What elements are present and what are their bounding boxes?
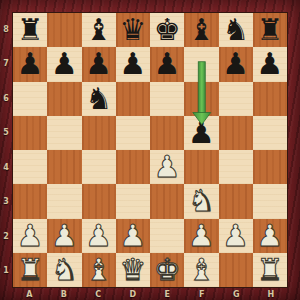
square-f7[interactable] bbox=[184, 47, 218, 81]
black-rook: ♜ bbox=[17, 15, 44, 45]
square-a6[interactable] bbox=[13, 82, 47, 116]
white-bishop: ♝ bbox=[85, 255, 112, 285]
square-e7[interactable]: ♟ bbox=[150, 47, 184, 81]
square-f3[interactable]: ♞ bbox=[184, 184, 218, 218]
white-pawn: ♟ bbox=[85, 221, 112, 251]
black-bishop: ♝ bbox=[188, 15, 215, 45]
white-pawn: ♟ bbox=[17, 221, 44, 251]
square-a8[interactable]: ♜ bbox=[13, 13, 47, 47]
square-c8[interactable]: ♝ bbox=[82, 13, 116, 47]
square-d6[interactable] bbox=[116, 82, 150, 116]
rank-label-6: 6 bbox=[0, 81, 12, 116]
square-a5[interactable] bbox=[13, 116, 47, 150]
square-d5[interactable] bbox=[116, 116, 150, 150]
square-e1[interactable]: ♚ bbox=[150, 253, 184, 287]
black-king: ♚ bbox=[154, 15, 181, 45]
square-h2[interactable]: ♟ bbox=[253, 219, 287, 253]
rank-label-2: 2 bbox=[0, 219, 12, 254]
black-pawn: ♟ bbox=[222, 49, 249, 79]
rank-label-4: 4 bbox=[0, 150, 12, 185]
square-e8[interactable]: ♚ bbox=[150, 13, 184, 47]
black-queen: ♛ bbox=[119, 15, 146, 45]
square-e2[interactable] bbox=[150, 219, 184, 253]
square-b8[interactable] bbox=[47, 13, 81, 47]
square-g5[interactable] bbox=[219, 116, 253, 150]
square-a4[interactable] bbox=[13, 150, 47, 184]
black-knight: ♞ bbox=[85, 84, 112, 114]
file-label-B: B bbox=[47, 288, 82, 300]
square-b1[interactable]: ♞ bbox=[47, 253, 81, 287]
square-a2[interactable]: ♟ bbox=[13, 219, 47, 253]
square-g2[interactable]: ♟ bbox=[219, 219, 253, 253]
file-label-C: C bbox=[81, 288, 116, 300]
square-g8[interactable]: ♞ bbox=[219, 13, 253, 47]
square-g7[interactable]: ♟ bbox=[219, 47, 253, 81]
square-h8[interactable]: ♜ bbox=[253, 13, 287, 47]
black-pawn: ♟ bbox=[17, 49, 44, 79]
square-f2[interactable]: ♟ bbox=[184, 219, 218, 253]
white-rook: ♜ bbox=[17, 255, 44, 285]
square-b2[interactable]: ♟ bbox=[47, 219, 81, 253]
white-pawn: ♟ bbox=[256, 221, 283, 251]
square-f1[interactable]: ♝ bbox=[184, 253, 218, 287]
white-knight: ♞ bbox=[188, 186, 215, 216]
square-c5[interactable] bbox=[82, 116, 116, 150]
file-label-E: E bbox=[150, 288, 185, 300]
square-d1[interactable]: ♛ bbox=[116, 253, 150, 287]
black-pawn: ♟ bbox=[85, 49, 112, 79]
square-c4[interactable] bbox=[82, 150, 116, 184]
chess-diagram: ♜♝♛♚♝♞♜♟♟♟♟♟♟♟♞♟♟♞♟♟♟♟♟♟♟♜♞♝♛♚♝♜ 8765432… bbox=[0, 0, 300, 300]
square-e3[interactable] bbox=[150, 184, 184, 218]
square-b6[interactable] bbox=[47, 82, 81, 116]
square-b3[interactable] bbox=[47, 184, 81, 218]
square-e5[interactable] bbox=[150, 116, 184, 150]
square-e4[interactable]: ♟ bbox=[150, 150, 184, 184]
black-pawn: ♟ bbox=[154, 49, 181, 79]
square-h3[interactable] bbox=[253, 184, 287, 218]
rank-label-8: 8 bbox=[0, 12, 12, 47]
square-h1[interactable]: ♜ bbox=[253, 253, 287, 287]
file-label-A: A bbox=[12, 288, 47, 300]
white-pawn: ♟ bbox=[154, 152, 181, 182]
square-d4[interactable] bbox=[116, 150, 150, 184]
square-g6[interactable] bbox=[219, 82, 253, 116]
black-rook: ♜ bbox=[256, 15, 283, 45]
square-g3[interactable] bbox=[219, 184, 253, 218]
square-a3[interactable] bbox=[13, 184, 47, 218]
square-f5[interactable]: ♟ bbox=[184, 116, 218, 150]
square-f8[interactable]: ♝ bbox=[184, 13, 218, 47]
rank-label-5: 5 bbox=[0, 116, 12, 151]
square-h6[interactable] bbox=[253, 82, 287, 116]
square-a7[interactable]: ♟ bbox=[13, 47, 47, 81]
square-c7[interactable]: ♟ bbox=[82, 47, 116, 81]
square-d3[interactable] bbox=[116, 184, 150, 218]
square-c2[interactable]: ♟ bbox=[82, 219, 116, 253]
square-h7[interactable]: ♟ bbox=[253, 47, 287, 81]
white-knight: ♞ bbox=[51, 255, 78, 285]
square-c1[interactable]: ♝ bbox=[82, 253, 116, 287]
white-pawn: ♟ bbox=[188, 221, 215, 251]
file-label-D: D bbox=[116, 288, 151, 300]
square-h5[interactable] bbox=[253, 116, 287, 150]
white-pawn: ♟ bbox=[51, 221, 78, 251]
square-f6[interactable] bbox=[184, 82, 218, 116]
square-e6[interactable] bbox=[150, 82, 184, 116]
square-b5[interactable] bbox=[47, 116, 81, 150]
square-b7[interactable]: ♟ bbox=[47, 47, 81, 81]
white-rook: ♜ bbox=[256, 255, 283, 285]
white-queen: ♛ bbox=[119, 255, 146, 285]
white-king: ♚ bbox=[154, 255, 181, 285]
square-h4[interactable] bbox=[253, 150, 287, 184]
black-pawn: ♟ bbox=[256, 49, 283, 79]
square-c3[interactable] bbox=[82, 184, 116, 218]
rank-label-7: 7 bbox=[0, 47, 12, 82]
square-g4[interactable] bbox=[219, 150, 253, 184]
black-pawn: ♟ bbox=[119, 49, 146, 79]
white-pawn: ♟ bbox=[119, 221, 146, 251]
file-label-G: G bbox=[219, 288, 254, 300]
file-label-H: H bbox=[254, 288, 289, 300]
black-pawn: ♟ bbox=[51, 49, 78, 79]
rank-label-3: 3 bbox=[0, 185, 12, 220]
black-bishop: ♝ bbox=[85, 15, 112, 45]
chess-board: ♜♝♛♚♝♞♜♟♟♟♟♟♟♟♞♟♟♞♟♟♟♟♟♟♟♜♞♝♛♚♝♜ bbox=[12, 12, 288, 288]
square-c6[interactable]: ♞ bbox=[82, 82, 116, 116]
white-pawn: ♟ bbox=[222, 221, 249, 251]
white-bishop: ♝ bbox=[188, 255, 215, 285]
square-g1[interactable] bbox=[219, 253, 253, 287]
square-d2[interactable]: ♟ bbox=[116, 219, 150, 253]
rank-label-1: 1 bbox=[0, 254, 12, 289]
file-label-F: F bbox=[185, 288, 220, 300]
square-d7[interactable]: ♟ bbox=[116, 47, 150, 81]
black-pawn: ♟ bbox=[188, 118, 215, 148]
square-a1[interactable]: ♜ bbox=[13, 253, 47, 287]
square-b4[interactable] bbox=[47, 150, 81, 184]
square-d8[interactable]: ♛ bbox=[116, 13, 150, 47]
black-knight: ♞ bbox=[222, 15, 249, 45]
square-f4[interactable] bbox=[184, 150, 218, 184]
